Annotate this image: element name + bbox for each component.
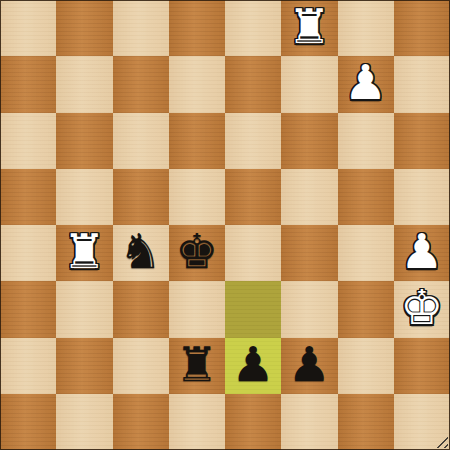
white-king[interactable]: ♚ (400, 281, 443, 335)
black-rook[interactable]: ♜ (175, 338, 218, 392)
square-d3[interactable] (169, 281, 225, 337)
square-a2[interactable] (0, 338, 56, 394)
square-f5[interactable] (281, 169, 337, 225)
square-b4[interactable]: ♜ (56, 225, 112, 281)
square-b2[interactable] (56, 338, 112, 394)
chess-board-container: ♜♟♜♞♚♟♚♜♟♟ (0, 0, 450, 450)
black-pawn[interactable]: ♟ (288, 338, 331, 392)
square-g6[interactable] (338, 113, 394, 169)
square-c4[interactable]: ♞ (113, 225, 169, 281)
square-b8[interactable] (56, 0, 112, 56)
square-a6[interactable] (0, 113, 56, 169)
chess-board: ♜♟♜♞♚♟♚♜♟♟ (0, 0, 450, 450)
square-h3[interactable]: ♚ (394, 281, 450, 337)
white-pawn[interactable]: ♟ (400, 225, 443, 279)
square-c3[interactable] (113, 281, 169, 337)
square-c5[interactable] (113, 169, 169, 225)
square-g1[interactable] (338, 394, 394, 450)
square-h8[interactable] (394, 0, 450, 56)
square-a1[interactable] (0, 394, 56, 450)
square-c6[interactable] (113, 113, 169, 169)
square-d8[interactable] (169, 0, 225, 56)
square-d1[interactable] (169, 394, 225, 450)
square-h6[interactable] (394, 113, 450, 169)
square-e6[interactable] (225, 113, 281, 169)
square-g4[interactable] (338, 225, 394, 281)
square-d2[interactable]: ♜ (169, 338, 225, 394)
square-f1[interactable] (281, 394, 337, 450)
square-h7[interactable] (394, 56, 450, 112)
square-c2[interactable] (113, 338, 169, 394)
square-h4[interactable]: ♟ (394, 225, 450, 281)
white-pawn[interactable]: ♟ (344, 56, 387, 110)
black-king[interactable]: ♚ (175, 225, 218, 279)
square-e5[interactable] (225, 169, 281, 225)
square-b3[interactable] (56, 281, 112, 337)
square-c1[interactable] (113, 394, 169, 450)
square-a5[interactable] (0, 169, 56, 225)
square-c8[interactable] (113, 0, 169, 56)
square-g2[interactable] (338, 338, 394, 394)
square-c7[interactable] (113, 56, 169, 112)
square-a3[interactable] (0, 281, 56, 337)
square-f6[interactable] (281, 113, 337, 169)
square-f8[interactable]: ♜ (281, 0, 337, 56)
square-d5[interactable] (169, 169, 225, 225)
square-d4[interactable]: ♚ (169, 225, 225, 281)
square-g7[interactable]: ♟ (338, 56, 394, 112)
square-g5[interactable] (338, 169, 394, 225)
square-h5[interactable] (394, 169, 450, 225)
square-e8[interactable] (225, 0, 281, 56)
square-g3[interactable] (338, 281, 394, 337)
square-e4[interactable] (225, 225, 281, 281)
square-d6[interactable] (169, 113, 225, 169)
square-f7[interactable] (281, 56, 337, 112)
square-h2[interactable] (394, 338, 450, 394)
black-knight[interactable]: ♞ (119, 225, 162, 279)
square-e3[interactable] (225, 281, 281, 337)
square-b6[interactable] (56, 113, 112, 169)
square-f4[interactable] (281, 225, 337, 281)
square-e2[interactable]: ♟ (225, 338, 281, 394)
square-h1[interactable] (394, 394, 450, 450)
square-g8[interactable] (338, 0, 394, 56)
white-rook[interactable]: ♜ (63, 225, 106, 279)
square-f3[interactable] (281, 281, 337, 337)
square-d7[interactable] (169, 56, 225, 112)
square-a4[interactable] (0, 225, 56, 281)
black-pawn[interactable]: ♟ (232, 338, 275, 392)
white-rook[interactable]: ♜ (288, 0, 331, 54)
square-e1[interactable] (225, 394, 281, 450)
square-e7[interactable] (225, 56, 281, 112)
square-b1[interactable] (56, 394, 112, 450)
square-a7[interactable] (0, 56, 56, 112)
square-b7[interactable] (56, 56, 112, 112)
square-f2[interactable]: ♟ (281, 338, 337, 394)
square-b5[interactable] (56, 169, 112, 225)
square-a8[interactable] (0, 0, 56, 56)
